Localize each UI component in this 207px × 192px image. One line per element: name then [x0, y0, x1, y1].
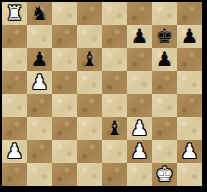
- piece-black-pawn[interactable]: ♟: [156, 48, 174, 71]
- piece-white-pawn[interactable]: ♟: [31, 71, 49, 94]
- piece-white-rook[interactable]: ♜: [6, 2, 24, 25]
- square-e5[interactable]: [102, 71, 127, 94]
- square-d8[interactable]: [77, 2, 102, 25]
- square-f1[interactable]: [127, 163, 152, 186]
- square-c7[interactable]: [52, 25, 77, 48]
- square-a5[interactable]: [2, 71, 27, 94]
- square-h7[interactable]: ♟: [177, 25, 202, 48]
- square-e2[interactable]: [102, 140, 127, 163]
- piece-black-bishop[interactable]: ♝: [81, 48, 99, 71]
- square-c1[interactable]: [52, 163, 77, 186]
- square-g3[interactable]: [152, 117, 177, 140]
- square-d5[interactable]: [77, 71, 102, 94]
- square-g6[interactable]: ♟: [152, 48, 177, 71]
- square-g8[interactable]: [152, 2, 177, 25]
- square-e3[interactable]: ♝: [102, 117, 127, 140]
- square-d7[interactable]: [77, 25, 102, 48]
- square-d1[interactable]: [77, 163, 102, 186]
- piece-white-king[interactable]: ♚: [156, 163, 174, 186]
- piece-black-pawn[interactable]: ♟: [31, 48, 49, 71]
- square-h8[interactable]: [177, 2, 202, 25]
- piece-white-pawn[interactable]: ♟: [131, 117, 149, 140]
- square-f8[interactable]: [127, 2, 152, 25]
- square-h3[interactable]: [177, 117, 202, 140]
- square-f6[interactable]: [127, 48, 152, 71]
- square-e4[interactable]: [102, 94, 127, 117]
- square-c2[interactable]: [52, 140, 77, 163]
- square-f4[interactable]: [127, 94, 152, 117]
- square-a4[interactable]: [2, 94, 27, 117]
- square-h5[interactable]: [177, 71, 202, 94]
- square-a8[interactable]: ♜: [2, 2, 27, 25]
- square-d3[interactable]: [77, 117, 102, 140]
- square-e8[interactable]: [102, 2, 127, 25]
- square-c3[interactable]: [52, 117, 77, 140]
- square-b7[interactable]: [27, 25, 52, 48]
- square-a1[interactable]: [2, 163, 27, 186]
- square-f2[interactable]: ♟: [127, 140, 152, 163]
- square-f5[interactable]: [127, 71, 152, 94]
- square-d6[interactable]: ♝: [77, 48, 102, 71]
- square-b2[interactable]: [27, 140, 52, 163]
- square-f7[interactable]: ♟: [127, 25, 152, 48]
- square-g2[interactable]: [152, 140, 177, 163]
- square-f3[interactable]: ♟: [127, 117, 152, 140]
- square-h6[interactable]: [177, 48, 202, 71]
- square-a3[interactable]: [2, 117, 27, 140]
- square-b8[interactable]: ♞: [27, 2, 52, 25]
- square-g7[interactable]: ♚: [152, 25, 177, 48]
- square-c6[interactable]: [52, 48, 77, 71]
- piece-white-pawn[interactable]: ♟: [181, 140, 199, 163]
- square-b6[interactable]: ♟: [27, 48, 52, 71]
- square-d4[interactable]: [77, 94, 102, 117]
- square-g5[interactable]: [152, 71, 177, 94]
- square-h2[interactable]: ♟: [177, 140, 202, 163]
- piece-black-king[interactable]: ♚: [156, 25, 174, 48]
- square-b3[interactable]: [27, 117, 52, 140]
- chess-app-window: ♜♞♟♚♟♟♝♟♟♝♟♟♟♟♚: [0, 0, 207, 192]
- square-a7[interactable]: [2, 25, 27, 48]
- square-g1[interactable]: ♚: [152, 163, 177, 186]
- piece-black-knight[interactable]: ♞: [31, 2, 49, 25]
- square-g4[interactable]: [152, 94, 177, 117]
- square-c5[interactable]: [52, 71, 77, 94]
- square-a2[interactable]: ♟: [2, 140, 27, 163]
- square-b4[interactable]: [27, 94, 52, 117]
- square-d2[interactable]: [77, 140, 102, 163]
- square-e7[interactable]: [102, 25, 127, 48]
- piece-black-pawn[interactable]: ♟: [131, 25, 149, 48]
- square-a6[interactable]: [2, 48, 27, 71]
- square-b1[interactable]: [27, 163, 52, 186]
- square-h4[interactable]: [177, 94, 202, 117]
- square-h1[interactable]: [177, 163, 202, 186]
- chess-board: ♜♞♟♚♟♟♝♟♟♝♟♟♟♟♚: [2, 2, 202, 186]
- square-e6[interactable]: [102, 48, 127, 71]
- square-e1[interactable]: [102, 163, 127, 186]
- square-c8[interactable]: [52, 2, 77, 25]
- piece-white-pawn[interactable]: ♟: [6, 140, 24, 163]
- piece-white-pawn[interactable]: ♟: [131, 140, 149, 163]
- square-c4[interactable]: [52, 94, 77, 117]
- piece-black-pawn[interactable]: ♟: [181, 25, 199, 48]
- square-b5[interactable]: ♟: [27, 71, 52, 94]
- piece-black-bishop[interactable]: ♝: [106, 117, 124, 140]
